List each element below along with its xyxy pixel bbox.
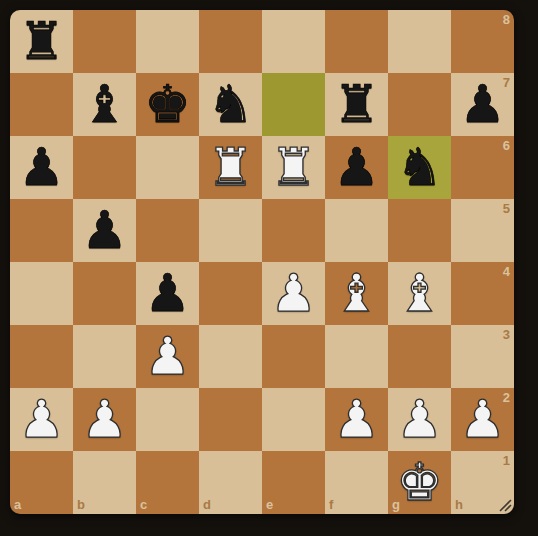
square-e5[interactable] [262, 199, 325, 262]
piece-white-king[interactable]: ♚ [388, 451, 451, 514]
square-f2[interactable]: ♟ [325, 388, 388, 451]
piece-black-rook[interactable]: ♜ [325, 73, 388, 136]
square-e6[interactable]: ♜ [262, 136, 325, 199]
piece-black-king[interactable]: ♚ [136, 73, 199, 136]
square-g5[interactable] [388, 199, 451, 262]
square-g1[interactable]: ♚g [388, 451, 451, 514]
piece-white-rook[interactable]: ♜ [262, 136, 325, 199]
square-h4[interactable]: 4 [451, 262, 514, 325]
square-d6[interactable]: ♜ [199, 136, 262, 199]
file-label-a: a [14, 497, 21, 512]
square-d8[interactable] [199, 10, 262, 73]
square-e8[interactable] [262, 10, 325, 73]
square-e3[interactable] [262, 325, 325, 388]
piece-white-pawn[interactable]: ♟ [10, 388, 73, 451]
square-b4[interactable] [73, 262, 136, 325]
square-d2[interactable] [199, 388, 262, 451]
resize-handle-icon[interactable] [499, 499, 512, 512]
square-d1[interactable]: d [199, 451, 262, 514]
square-a1[interactable]: a [10, 451, 73, 514]
square-b6[interactable] [73, 136, 136, 199]
file-label-e: e [266, 497, 273, 512]
square-c4[interactable]: ♟ [136, 262, 199, 325]
rank-label-1: 1 [503, 453, 510, 468]
square-g7[interactable] [388, 73, 451, 136]
piece-white-pawn[interactable]: ♟ [451, 388, 514, 451]
piece-white-pawn[interactable]: ♟ [136, 325, 199, 388]
square-b1[interactable]: b [73, 451, 136, 514]
piece-white-bishop[interactable]: ♝ [325, 262, 388, 325]
square-c5[interactable] [136, 199, 199, 262]
square-f5[interactable] [325, 199, 388, 262]
square-c2[interactable] [136, 388, 199, 451]
piece-black-pawn[interactable]: ♟ [136, 262, 199, 325]
piece-black-rook[interactable]: ♜ [10, 10, 73, 73]
square-d7[interactable]: ♞ [199, 73, 262, 136]
rank-label-3: 3 [503, 327, 510, 342]
square-a8[interactable]: ♜ [10, 10, 73, 73]
square-c7[interactable]: ♚ [136, 73, 199, 136]
rank-label-6: 6 [503, 138, 510, 153]
square-a6[interactable]: ♟ [10, 136, 73, 199]
square-c1[interactable]: c [136, 451, 199, 514]
square-e1[interactable]: e [262, 451, 325, 514]
square-f4[interactable]: ♝ [325, 262, 388, 325]
piece-white-bishop[interactable]: ♝ [388, 262, 451, 325]
square-h3[interactable]: 3 [451, 325, 514, 388]
file-label-d: d [203, 497, 211, 512]
square-h2[interactable]: ♟2 [451, 388, 514, 451]
rank-label-4: 4 [503, 264, 510, 279]
square-f1[interactable]: f [325, 451, 388, 514]
square-g2[interactable]: ♟ [388, 388, 451, 451]
square-f3[interactable] [325, 325, 388, 388]
piece-black-pawn[interactable]: ♟ [10, 136, 73, 199]
square-f6[interactable]: ♟ [325, 136, 388, 199]
square-e7[interactable] [262, 73, 325, 136]
square-f8[interactable] [325, 10, 388, 73]
piece-white-pawn[interactable]: ♟ [262, 262, 325, 325]
square-h7[interactable]: ♟7 [451, 73, 514, 136]
square-d5[interactable] [199, 199, 262, 262]
square-a2[interactable]: ♟ [10, 388, 73, 451]
square-g6[interactable]: ♞ [388, 136, 451, 199]
square-b7[interactable]: ♝ [73, 73, 136, 136]
square-g3[interactable] [388, 325, 451, 388]
square-b2[interactable]: ♟ [73, 388, 136, 451]
square-c6[interactable] [136, 136, 199, 199]
square-h1[interactable]: h1 [451, 451, 514, 514]
chess-board: ♜8♝♚♞♜♟7♟♜♜♟♞6♟5♟♟♝♝4♟3♟♟♟♟♟2abcdef♚gh1 [10, 10, 514, 514]
board-grid: ♜8♝♚♞♜♟7♟♜♜♟♞6♟5♟♟♝♝4♟3♟♟♟♟♟2abcdef♚gh1 [10, 10, 514, 514]
file-label-f: f [329, 497, 333, 512]
square-c3[interactable]: ♟ [136, 325, 199, 388]
piece-white-pawn[interactable]: ♟ [325, 388, 388, 451]
square-g8[interactable] [388, 10, 451, 73]
square-a4[interactable] [10, 262, 73, 325]
square-a7[interactable] [10, 73, 73, 136]
file-label-h: h [455, 497, 463, 512]
file-label-b: b [77, 497, 85, 512]
square-d3[interactable] [199, 325, 262, 388]
square-d4[interactable] [199, 262, 262, 325]
square-a5[interactable] [10, 199, 73, 262]
piece-white-pawn[interactable]: ♟ [388, 388, 451, 451]
rank-label-5: 5 [503, 201, 510, 216]
piece-black-bishop[interactable]: ♝ [73, 73, 136, 136]
square-e2[interactable] [262, 388, 325, 451]
piece-black-knight[interactable]: ♞ [199, 73, 262, 136]
square-h6[interactable]: 6 [451, 136, 514, 199]
square-b5[interactable]: ♟ [73, 199, 136, 262]
square-f7[interactable]: ♜ [325, 73, 388, 136]
square-b3[interactable] [73, 325, 136, 388]
piece-black-pawn[interactable]: ♟ [451, 73, 514, 136]
square-a3[interactable] [10, 325, 73, 388]
square-b8[interactable] [73, 10, 136, 73]
rank-label-8: 8 [503, 12, 510, 27]
square-e4[interactable]: ♟ [262, 262, 325, 325]
square-h5[interactable]: 5 [451, 199, 514, 262]
square-h8[interactable]: 8 [451, 10, 514, 73]
piece-black-pawn[interactable]: ♟ [325, 136, 388, 199]
square-c8[interactable] [136, 10, 199, 73]
file-label-c: c [140, 497, 147, 512]
piece-black-knight[interactable]: ♞ [388, 136, 451, 199]
square-g4[interactable]: ♝ [388, 262, 451, 325]
piece-white-pawn[interactable]: ♟ [73, 388, 136, 451]
piece-white-rook[interactable]: ♜ [199, 136, 262, 199]
piece-black-pawn[interactable]: ♟ [73, 199, 136, 262]
